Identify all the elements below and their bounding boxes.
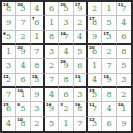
cell-r3c1[interactable]: 65 (2, 31, 16, 45)
cell-r3c6[interactable]: 4 (74, 31, 88, 45)
cell-r8c6[interactable]: 168 (74, 102, 88, 116)
cell-digit: 2 (63, 105, 68, 113)
cell-r9c2[interactable]: 108 (16, 117, 30, 131)
cell-digit: 4 (92, 76, 97, 84)
cell-r3c2[interactable]: 2 (16, 31, 30, 45)
cell-digit: 8 (106, 91, 111, 99)
cell-digit: 3 (49, 48, 54, 56)
cage-sum: 14 (3, 2, 9, 7)
cell-r3c7[interactable]: 9 (88, 31, 102, 45)
cell-r8c3[interactable]: 3 (31, 102, 45, 116)
cell-digit: 7 (6, 91, 11, 99)
cage-sum: 12 (89, 117, 95, 122)
cell-r7c1[interactable]: 7 (2, 88, 16, 102)
cell-digit: 2 (49, 62, 54, 70)
cage-sum: 8 (17, 102, 20, 107)
cell-r7c4[interactable]: 4 (45, 88, 59, 102)
cage-sum: 14 (103, 74, 109, 79)
cage-sum: 11 (89, 102, 95, 107)
cell-digit: 3 (6, 62, 11, 70)
cell-digit: 7 (77, 120, 82, 128)
cell-r5c1[interactable]: 3 (2, 59, 16, 73)
cell-digit: 9 (34, 91, 39, 99)
cell-r7c3[interactable]: 9 (31, 88, 45, 102)
cage-sum: 20 (17, 45, 23, 50)
cage-sum: 15 (32, 74, 38, 79)
cell-r6c3[interactable]: 155 (31, 74, 45, 88)
cell-digit: 5 (49, 120, 54, 128)
cell-digit: 6 (106, 120, 111, 128)
cell-digit: 9 (6, 19, 11, 27)
cage-sum: 10 (17, 117, 23, 122)
cell-r2c1[interactable]: 9 (2, 16, 16, 30)
cage-sum: 26 (60, 59, 66, 64)
cell-digit: 4 (63, 48, 68, 56)
cell-r1c3[interactable]: 4 (31, 2, 45, 16)
cell-r5c8[interactable]: 7 (102, 59, 116, 73)
cell-digit: 8 (34, 62, 39, 70)
cell-r2c8[interactable]: 5 (102, 16, 116, 30)
cell-digit: 4 (6, 120, 11, 128)
cell-digit: 8 (121, 48, 126, 56)
cell-r6c1[interactable]: 122 (2, 74, 16, 88)
cell-digit: 3 (77, 91, 82, 99)
cell-r7c2[interactable]: 101 (16, 88, 30, 102)
cell-r7c7[interactable]: 155 (88, 88, 102, 102)
cage-sum: 20 (17, 2, 23, 7)
cage-sum: 16 (75, 102, 81, 107)
cell-r8c8[interactable]: 4 (102, 102, 116, 116)
cell-digit: 2 (20, 33, 25, 41)
cell-r9c3[interactable]: 2 (31, 117, 45, 131)
cell-r4c9[interactable]: 8 (117, 45, 131, 59)
cell-r4c4[interactable]: 3 (45, 45, 59, 59)
cell-digit: 5 (121, 62, 126, 70)
cell-digit: 7 (49, 76, 54, 84)
cage-sum: 7 (32, 16, 35, 21)
cage-sum: 20 (89, 45, 95, 50)
cage-sum: 10 (118, 102, 124, 107)
cell-r3c9[interactable]: 6 (117, 31, 131, 45)
cell-digit: 3 (63, 19, 68, 27)
cell-digit: 3 (34, 105, 39, 113)
cell-digit: 6 (49, 5, 54, 13)
cell-r1c1[interactable]: 148 (2, 2, 16, 16)
cell-r8c9[interactable]: 101 (117, 102, 131, 116)
cell-r1c9[interactable]: 117 (117, 2, 131, 16)
cell-r3c8[interactable]: 173 (102, 31, 116, 45)
cell-digit: 4 (34, 5, 39, 13)
cell-r8c7[interactable]: 117 (88, 102, 102, 116)
cage-sum: 17 (89, 16, 95, 21)
cell-r4c8[interactable]: 2 (102, 45, 116, 59)
cell-r1c4[interactable]: 6 (45, 2, 59, 16)
cell-r5c9[interactable]: 5 (117, 59, 131, 73)
cell-r6c2[interactable]: 6 (16, 74, 30, 88)
cell-digit: 2 (77, 19, 82, 27)
cell-r8c4[interactable]: 169 (45, 102, 59, 116)
cell-r8c1[interactable]: 156 (2, 102, 16, 116)
cell-digit: 4 (121, 19, 126, 27)
cell-r3c5[interactable]: 167 (59, 31, 73, 45)
cell-digit: 7 (20, 19, 25, 27)
sudoku-board: 1482034620517921117977613217854652181674… (0, 0, 133, 133)
cell-r5c6[interactable]: 6 (74, 59, 88, 73)
cell-r6c4[interactable]: 7 (45, 74, 59, 88)
cell-digit: 8 (49, 33, 54, 41)
cell-r8c5[interactable]: 32 (59, 102, 73, 116)
cell-r4c3[interactable]: 7 (31, 45, 45, 59)
cell-digit: 6 (77, 62, 82, 70)
cell-r1c6[interactable]: 179 (74, 2, 88, 16)
cell-r6c5[interactable]: 8 (59, 74, 73, 88)
cage-sum: 10 (17, 88, 23, 93)
cage-sum: 16 (46, 102, 52, 107)
cell-r7c6[interactable]: 3 (74, 88, 88, 102)
cell-r2c3[interactable]: 76 (31, 16, 45, 30)
cell-r2c7[interactable]: 178 (88, 16, 102, 30)
cage-sum: 12 (3, 74, 9, 79)
cell-r4c1[interactable]: 1 (2, 45, 16, 59)
cell-digit: 1 (63, 120, 68, 128)
cell-digit: 3 (121, 76, 126, 84)
cage-sum: 20 (60, 2, 66, 7)
cell-r7c8[interactable]: 8 (102, 88, 116, 102)
cell-r9c9[interactable]: 9 (117, 117, 131, 131)
cage-sum: 17 (103, 31, 109, 36)
cell-r3c4[interactable]: 8 (45, 31, 59, 45)
cell-r2c9[interactable]: 4 (117, 16, 131, 30)
cage-sum: 15 (3, 102, 9, 107)
cell-r4c2[interactable]: 209 (16, 45, 30, 59)
cell-r2c2[interactable]: 7 (16, 16, 30, 30)
cell-r2c6[interactable]: 2 (74, 16, 88, 30)
cell-r5c5[interactable]: 269 (59, 59, 73, 73)
cell-r1c2[interactable]: 203 (16, 2, 30, 16)
cell-digit: 7 (34, 48, 39, 56)
cell-digit: 1 (34, 33, 39, 41)
cell-digit: 2 (121, 91, 126, 99)
cell-digit: 5 (106, 19, 111, 27)
cage-sum: 6 (3, 31, 6, 36)
cage-sum: 16 (60, 31, 66, 36)
cage-sum: 15 (89, 88, 95, 93)
cell-digit: 1 (106, 5, 111, 13)
cell-digit: 6 (63, 91, 68, 99)
cell-r2c5[interactable]: 3 (59, 16, 73, 30)
cell-r1c7[interactable]: 2 (88, 2, 102, 16)
cell-digit: 1 (6, 48, 11, 56)
cell-digit: 1 (92, 62, 97, 70)
cage-sum: 17 (75, 2, 81, 7)
cell-r5c2[interactable]: 4 (16, 59, 30, 73)
cell-digit: 4 (20, 62, 25, 70)
cell-digit: 2 (106, 48, 111, 56)
cell-r9c4[interactable]: 5 (45, 117, 59, 131)
cell-r6c7[interactable]: 4 (88, 74, 102, 88)
cell-r7c9[interactable]: 2 (117, 88, 131, 102)
cell-digit: 6 (34, 19, 39, 27)
cell-r9c7[interactable]: 123 (88, 117, 102, 131)
cell-digit: 8 (63, 76, 68, 84)
cell-r9c8[interactable]: 6 (102, 117, 116, 131)
cell-digit: 1 (49, 19, 54, 27)
cage-sum: 11 (118, 2, 124, 7)
cell-r6c8[interactable]: 149 (102, 74, 116, 88)
cell-r5c7[interactable]: 1 (88, 59, 102, 73)
cell-r1c8[interactable]: 1 (102, 2, 116, 16)
cell-r7c5[interactable]: 6 (59, 88, 73, 102)
cell-digit: 9 (121, 120, 126, 128)
cell-digit: 4 (49, 91, 54, 99)
cell-digit: 5 (6, 33, 11, 41)
cell-r9c1[interactable]: 4 (2, 117, 16, 131)
cell-r6c9[interactable]: 3 (117, 74, 131, 88)
cell-r9c5[interactable]: 1 (59, 117, 73, 131)
cell-r8c2[interactable]: 85 (16, 102, 30, 116)
cell-r4c6[interactable]: 5 (74, 45, 88, 59)
cell-r6c6[interactable]: 111 (74, 74, 88, 88)
cell-r5c3[interactable]: 8 (31, 59, 45, 73)
cage-sum: 11 (75, 74, 81, 79)
cell-r1c5[interactable]: 205 (59, 2, 73, 16)
cell-digit: 7 (106, 62, 111, 70)
cell-digit: 5 (77, 48, 82, 56)
cell-digit: 6 (20, 76, 25, 84)
cell-digit: 6 (121, 33, 126, 41)
cell-digit: 5 (20, 105, 25, 113)
cell-r4c7[interactable]: 206 (88, 45, 102, 59)
cell-r5c4[interactable]: 2 (45, 59, 59, 73)
cell-digit: 2 (92, 5, 97, 13)
cell-digit: 4 (77, 33, 82, 41)
cell-digit: 9 (92, 33, 97, 41)
cell-r3c3[interactable]: 1 (31, 31, 45, 45)
cell-digit: 4 (106, 105, 111, 113)
cell-r4c5[interactable]: 4 (59, 45, 73, 59)
cell-r2c4[interactable]: 1 (45, 16, 59, 30)
cell-digit: 2 (34, 120, 39, 128)
cage-sum: 3 (60, 102, 63, 107)
cell-r9c6[interactable]: 7 (74, 117, 88, 131)
